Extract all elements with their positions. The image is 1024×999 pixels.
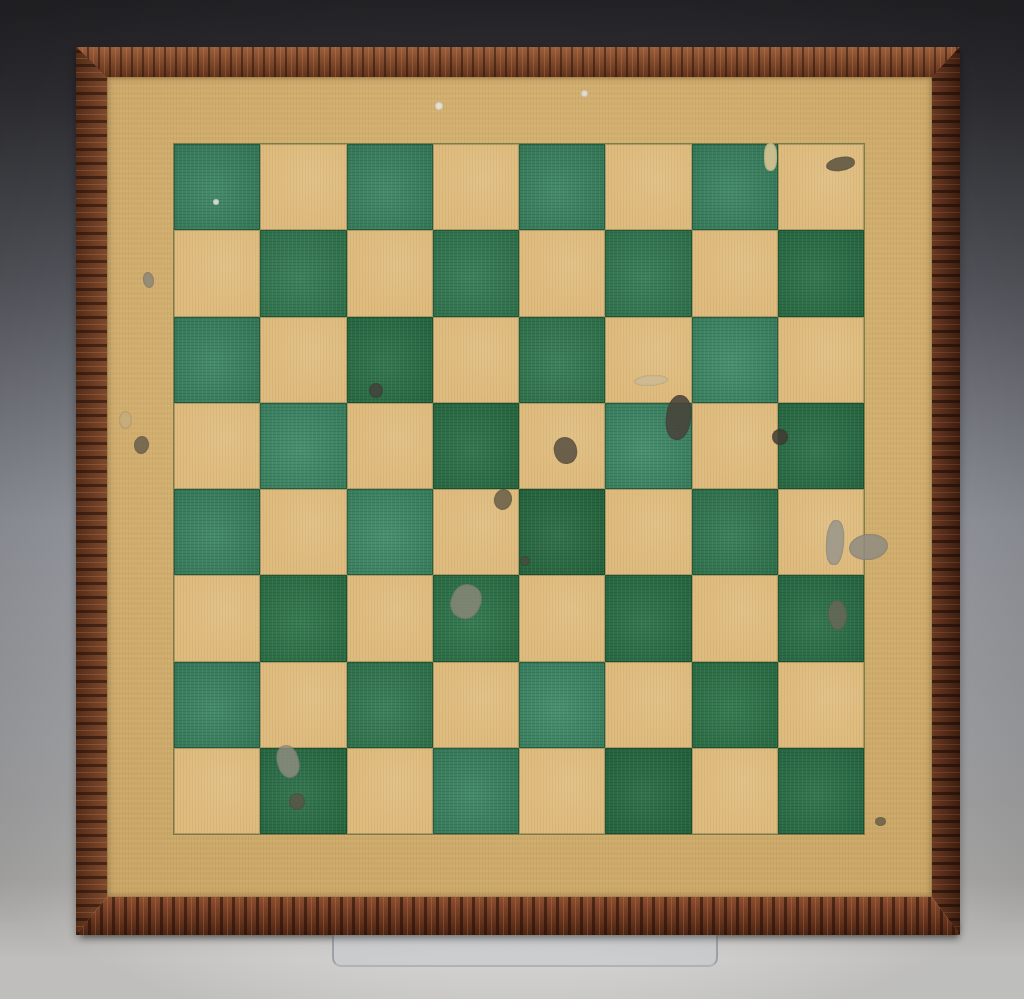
square-f6 (605, 317, 691, 403)
square-b8 (260, 144, 346, 230)
square-g1 (692, 748, 778, 834)
square-f8 (605, 144, 691, 230)
square-h6 (778, 317, 864, 403)
square-b1 (260, 748, 346, 834)
square-d2 (433, 662, 519, 748)
stain-20 (133, 435, 150, 455)
square-d3 (433, 575, 519, 661)
square-a8 (174, 144, 260, 230)
square-c3 (347, 575, 433, 661)
square-f3 (605, 575, 691, 661)
square-b3 (260, 575, 346, 661)
auction-photo (0, 0, 1024, 999)
checker-grid (173, 143, 865, 835)
square-g4 (692, 489, 778, 575)
square-c7 (347, 230, 433, 316)
square-c8 (347, 144, 433, 230)
square-e5 (519, 403, 605, 489)
square-h4 (778, 489, 864, 575)
square-a6 (174, 317, 260, 403)
square-a1 (174, 748, 260, 834)
square-g2 (692, 662, 778, 748)
square-e6 (519, 317, 605, 403)
stain-22 (875, 817, 886, 826)
square-b2 (260, 662, 346, 748)
stain-18 (142, 271, 156, 289)
square-e7 (519, 230, 605, 316)
square-c5 (347, 403, 433, 489)
frame-top-rail (76, 47, 960, 77)
board-surface (107, 77, 932, 897)
square-d6 (433, 317, 519, 403)
stain-14 (435, 102, 443, 110)
square-f5 (605, 403, 691, 489)
square-e8 (519, 144, 605, 230)
square-d5 (433, 403, 519, 489)
square-e3 (519, 575, 605, 661)
square-b5 (260, 403, 346, 489)
game-board (76, 47, 960, 935)
square-f7 (605, 230, 691, 316)
square-a5 (174, 403, 260, 489)
square-b6 (260, 317, 346, 403)
square-e2 (519, 662, 605, 748)
square-g8 (692, 144, 778, 230)
frame-left-rail (76, 47, 107, 935)
square-a3 (174, 575, 260, 661)
square-h2 (778, 662, 864, 748)
square-c2 (347, 662, 433, 748)
stain-15 (581, 90, 588, 97)
square-c4 (347, 489, 433, 575)
square-e1 (519, 748, 605, 834)
square-c1 (347, 748, 433, 834)
square-a7 (174, 230, 260, 316)
square-g6 (692, 317, 778, 403)
square-d7 (433, 230, 519, 316)
stain-19 (119, 411, 132, 429)
square-g7 (692, 230, 778, 316)
square-h5 (778, 403, 864, 489)
square-g5 (692, 403, 778, 489)
square-b4 (260, 489, 346, 575)
square-a2 (174, 662, 260, 748)
square-e4 (519, 489, 605, 575)
square-c6 (347, 317, 433, 403)
square-h3 (778, 575, 864, 661)
square-f1 (605, 748, 691, 834)
square-f2 (605, 662, 691, 748)
square-h1 (778, 748, 864, 834)
square-f4 (605, 489, 691, 575)
square-g3 (692, 575, 778, 661)
square-h8 (778, 144, 864, 230)
square-b7 (260, 230, 346, 316)
frame-right-rail (932, 47, 960, 935)
frame-bottom-rail (76, 897, 960, 935)
square-d1 (433, 748, 519, 834)
square-d4 (433, 489, 519, 575)
square-h7 (778, 230, 864, 316)
square-a4 (174, 489, 260, 575)
square-d8 (433, 144, 519, 230)
